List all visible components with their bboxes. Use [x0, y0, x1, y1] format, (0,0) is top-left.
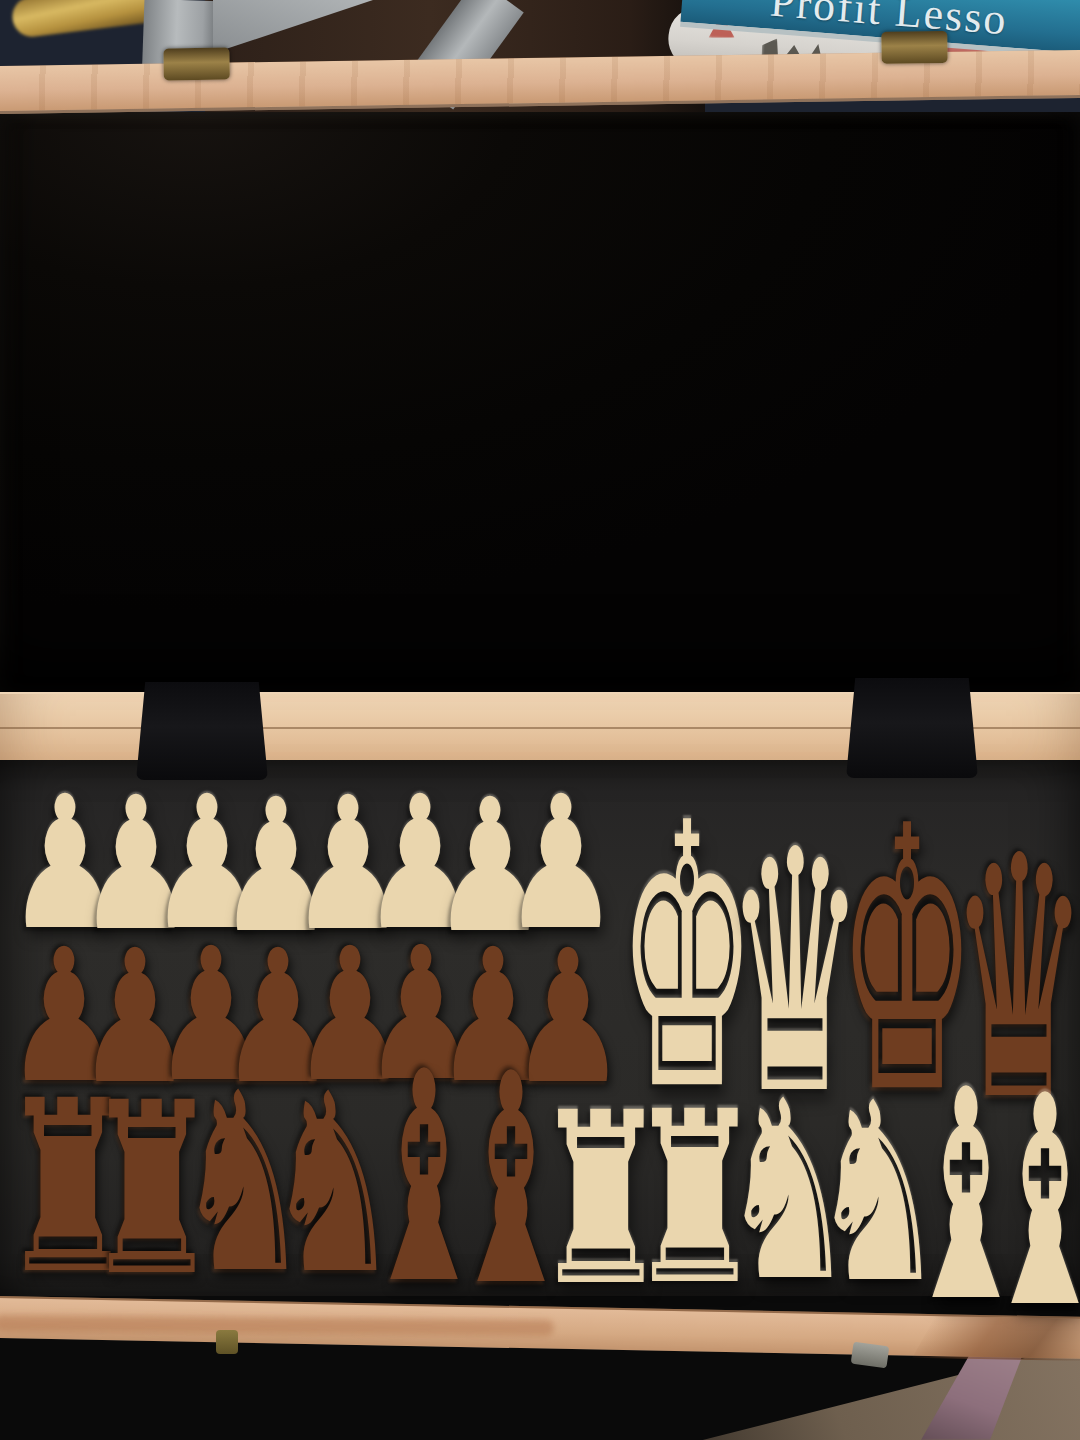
light-bishop[interactable]: ♝: [980, 1058, 1080, 1348]
lid-velvet-interior: [0, 112, 1080, 694]
brass-hinge-left: [163, 48, 229, 81]
brass-hinge-right: [881, 31, 947, 64]
chess-box-photo: Profit Lesso ♟♟♟♟♟♟♟♟♚♛♚♛♟♟♟♟♟♟♟♟♜♜♞♞♝♝♜…: [0, 0, 1080, 1440]
brass-latch-pin: [216, 1330, 238, 1354]
gold-metal-object: [10, 0, 164, 39]
